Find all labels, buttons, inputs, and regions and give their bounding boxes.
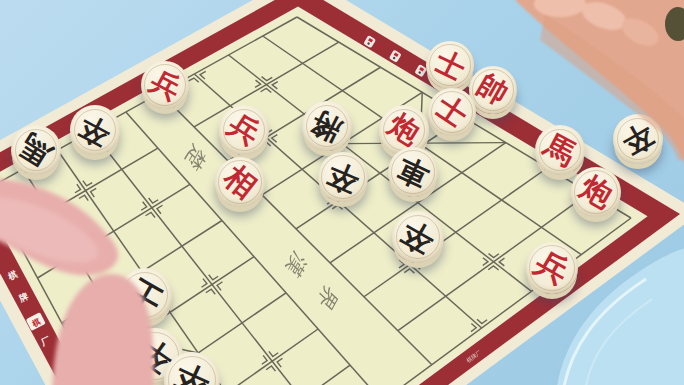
piece-glyph: 相 [219, 161, 262, 204]
piece-glyph: 卒 [618, 119, 659, 160]
piece-glyph: 炮 [384, 110, 425, 151]
piece-black-soldier-3[interactable]: 卒 [392, 211, 444, 263]
piece-red-advisor-2[interactable]: 士 [428, 88, 477, 137]
piece-black-soldier-1[interactable]: 卒 [70, 105, 119, 154]
piece-glyph: 將 [307, 106, 347, 146]
piece-glyph: 卒 [170, 358, 215, 385]
piece-black-soldier-4[interactable]: 卒 [613, 114, 663, 164]
piece-glyph: 馬 [15, 129, 56, 170]
piece-red-soldier-3[interactable]: 兵 [526, 242, 579, 295]
piece-glyph: 兵 [223, 109, 264, 150]
piece-black-horse[interactable]: 馬 [11, 125, 61, 175]
piece-red-soldier-1[interactable]: 兵 [141, 61, 189, 109]
piece-glyph: 帥 [473, 70, 513, 110]
piece-glyph: 士 [123, 273, 167, 317]
piece-red-soldier-2[interactable]: 兵 [219, 105, 268, 154]
piece-glyph: 炮 [575, 171, 617, 213]
pieces-layer: 帥士士相馬炮炮兵兵兵將車馬士卒卒卒卒卒卒 [0, 0, 684, 385]
piece-glyph: 車 [393, 152, 433, 192]
photo-scene: 楚河漢界棋牌厂棋棋牌厂 帥士士相馬炮炮兵兵兵將車馬士卒卒卒卒卒卒 [0, 0, 684, 385]
piece-red-cannon-2[interactable]: 炮 [571, 167, 622, 218]
piece-black-chariot[interactable]: 車 [388, 147, 438, 197]
piece-red-elephant[interactable]: 相 [215, 157, 266, 208]
piece-glyph: 馬 [540, 130, 580, 170]
piece-glyph: 卒 [75, 110, 115, 150]
piece-glyph: 士 [432, 92, 473, 133]
piece-glyph: 卒 [397, 216, 440, 259]
piece-red-general[interactable]: 帥 [469, 66, 517, 114]
piece-glyph: 士 [431, 46, 469, 84]
piece-glyph: 兵 [145, 65, 184, 104]
piece-red-advisor-1[interactable]: 士 [426, 41, 474, 89]
piece-black-general[interactable]: 將 [302, 101, 351, 150]
piece-glyph: 卒 [323, 157, 363, 197]
piece-black-soldier-2[interactable]: 卒 [318, 152, 369, 203]
piece-red-cannon-1[interactable]: 炮 [379, 105, 428, 154]
piece-red-horse[interactable]: 馬 [535, 125, 585, 175]
piece-glyph: 兵 [530, 246, 573, 289]
piece-black-advisor[interactable]: 士 [118, 268, 172, 322]
